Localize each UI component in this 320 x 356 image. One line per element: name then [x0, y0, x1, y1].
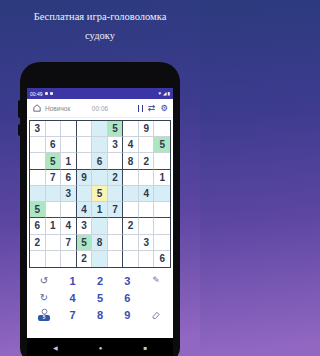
sudoku-cell-r9c2[interactable] [46, 251, 62, 267]
sudoku-cell-r4c6[interactable]: 2 [108, 170, 124, 186]
sudoku-cell-r8c7[interactable] [123, 235, 139, 251]
sudoku-cell-r6c7[interactable] [123, 202, 139, 218]
sudoku-cell-r1c5[interactable] [92, 121, 108, 137]
sudoku-cell-r9c5[interactable] [92, 251, 108, 267]
pause-button[interactable] [138, 105, 143, 112]
sudoku-cell-r4c9[interactable]: 1 [154, 170, 170, 186]
signal-icon: ◢ [163, 91, 166, 96]
phone-frame: 00:49 ▼◢▮ Новичок 00:06 ⇄ ⚙ 359634551682… [20, 62, 180, 356]
numpad-3[interactable]: 3 [114, 275, 141, 287]
sudoku-cell-r4c8[interactable] [139, 170, 155, 186]
sudoku-cell-r9c4[interactable]: 2 [77, 251, 93, 267]
sudoku-cell-r3c7[interactable]: 8 [123, 153, 139, 169]
sudoku-cell-r6c1[interactable]: 5 [30, 202, 46, 218]
sudoku-cell-r1c9[interactable] [154, 121, 170, 137]
sudoku-cell-r2c7[interactable]: 4 [123, 137, 139, 153]
eraser-icon [151, 310, 161, 320]
sudoku-cell-r2c5[interactable] [92, 137, 108, 153]
battery-icon: ▮ [168, 91, 170, 96]
sudoku-cell-r3c3[interactable]: 1 [61, 153, 77, 169]
sudoku-cell-r4c3[interactable]: 6 [61, 170, 77, 186]
status-right-icons: ▼◢▮ [158, 91, 170, 96]
promo-caption-line2: судоку [0, 26, 200, 45]
numpad-2[interactable]: 2 [86, 275, 113, 287]
sudoku-cell-r7c2[interactable]: 1 [46, 218, 62, 234]
sudoku-board: 359634551682769213545417614322758326 [29, 120, 171, 268]
sudoku-cell-r3c2[interactable]: 5 [46, 153, 62, 169]
sudoku-cell-r1c3[interactable] [61, 121, 77, 137]
sudoku-cell-r3c8[interactable]: 2 [139, 153, 155, 169]
sudoku-cell-r5c6[interactable] [108, 186, 124, 202]
sudoku-cell-r8c3[interactable]: 7 [61, 235, 77, 251]
numpad-1[interactable]: 1 [59, 275, 86, 287]
sudoku-cell-r8c6[interactable] [108, 235, 124, 251]
sudoku-cell-r3c5[interactable]: 6 [92, 153, 108, 169]
status-time: 00:49 [30, 91, 43, 97]
sudoku-cell-r4c1[interactable] [30, 170, 46, 186]
sudoku-cell-r8c2[interactable] [46, 235, 62, 251]
sudoku-cell-r6c3[interactable] [61, 202, 77, 218]
sudoku-cell-r9c1[interactable] [30, 251, 46, 267]
sudoku-cell-r1c6[interactable]: 5 [108, 121, 124, 137]
sudoku-cell-r1c7[interactable] [123, 121, 139, 137]
sudoku-cell-r2c1[interactable] [30, 137, 46, 153]
numpad-5[interactable]: 5 [86, 292, 113, 304]
sudoku-cell-r7c6[interactable] [108, 218, 124, 234]
sudoku-cell-r5c5[interactable]: 5 [92, 186, 108, 202]
sudoku-cell-r1c1[interactable]: 3 [30, 121, 46, 137]
nav-home-button[interactable]: ● [99, 345, 103, 351]
game-toolbar: Новичок 00:06 ⇄ ⚙ [27, 99, 173, 118]
settings-button[interactable]: ⚙ [160, 104, 168, 113]
sudoku-cell-r8c9[interactable] [154, 235, 170, 251]
wifi-icon: ▼ [158, 91, 162, 96]
sudoku-cell-r5c9[interactable] [154, 186, 170, 202]
notification-icon [50, 92, 53, 95]
sudoku-cell-r5c1[interactable] [30, 186, 46, 202]
home-icon [32, 103, 42, 113]
sudoku-cell-r9c9[interactable]: 6 [154, 251, 170, 267]
sudoku-cell-r1c8[interactable]: 9 [139, 121, 155, 137]
sudoku-cell-r2c2[interactable]: 6 [46, 137, 62, 153]
sudoku-cell-r2c9[interactable]: 5 [154, 137, 170, 153]
sudoku-cell-r6c2[interactable] [46, 202, 62, 218]
sudoku-cell-r4c4[interactable]: 9 [77, 170, 93, 186]
sudoku-cell-r5c7[interactable] [123, 186, 139, 202]
numpad-8[interactable]: 8 [86, 309, 113, 321]
sudoku-cell-r9c7[interactable] [123, 251, 139, 267]
sudoku-cell-r7c5[interactable] [92, 218, 108, 234]
nav-recents-button[interactable]: ■ [143, 345, 147, 351]
app-screen: 00:49 ▼◢▮ Новичок 00:06 ⇄ ⚙ 359634551682… [27, 88, 173, 338]
redo-button[interactable]: ↻ [29, 293, 59, 303]
promo-caption-line1: Бесплатная игра-головоломка [0, 7, 200, 26]
pencil-button[interactable]: ✎ [141, 276, 171, 285]
sudoku-cell-r2c6[interactable]: 3 [108, 137, 124, 153]
sudoku-cell-r1c2[interactable] [46, 121, 62, 137]
numpad-7[interactable]: 7 [59, 309, 86, 321]
android-nav-bar: ◀ ● ■ [27, 338, 173, 356]
sudoku-cell-r5c2[interactable] [46, 186, 62, 202]
sudoku-cell-r7c9[interactable] [154, 218, 170, 234]
sudoku-cell-r5c4[interactable] [77, 186, 93, 202]
sudoku-cell-r8c5[interactable]: 8 [92, 235, 108, 251]
sudoku-cell-r6c9[interactable] [154, 202, 170, 218]
sudoku-cell-r6c8[interactable] [139, 202, 155, 218]
sudoku-cell-r1c4[interactable] [77, 121, 93, 137]
sudoku-cell-r7c3[interactable]: 4 [61, 218, 77, 234]
sudoku-cell-r5c3[interactable]: 3 [61, 186, 77, 202]
sudoku-cell-r4c7[interactable] [123, 170, 139, 186]
input-controls: ↺ 1 2 3 ✎ ↻ 4 5 6 5 [29, 272, 171, 323]
sudoku-cell-r8c4[interactable]: 5 [77, 235, 93, 251]
numpad-6[interactable]: 6 [114, 292, 141, 304]
difficulty-label: Новичок [45, 105, 70, 112]
android-status-bar: 00:49 ▼◢▮ [27, 88, 173, 99]
sudoku-cell-r4c2[interactable]: 7 [46, 170, 62, 186]
sudoku-cell-r2c8[interactable] [139, 137, 155, 153]
sudoku-cell-r3c6[interactable] [108, 153, 124, 169]
game-timer: 00:06 [92, 105, 108, 112]
undo-button[interactable]: ↺ [29, 276, 59, 286]
sudoku-cell-r8c1[interactable]: 2 [30, 235, 46, 251]
sudoku-cell-r7c1[interactable]: 6 [30, 218, 46, 234]
sudoku-cell-r3c9[interactable] [154, 153, 170, 169]
hint-button[interactable]: 5 [29, 308, 59, 321]
sudoku-cell-r6c5[interactable]: 1 [92, 202, 108, 218]
sudoku-cell-r9c8[interactable] [139, 251, 155, 267]
sudoku-cell-r7c8[interactable] [139, 218, 155, 234]
sudoku-cell-r3c1[interactable] [30, 153, 46, 169]
sudoku-cell-r9c3[interactable] [61, 251, 77, 267]
sudoku-cell-r9c6[interactable] [108, 251, 124, 267]
numpad-9[interactable]: 9 [114, 309, 141, 321]
eraser-button[interactable] [141, 310, 171, 320]
sudoku-cell-r2c3[interactable] [61, 137, 77, 153]
notification-icon [45, 92, 48, 95]
sudoku-cell-r6c6[interactable]: 7 [108, 202, 124, 218]
sudoku-cell-r7c7[interactable]: 2 [123, 218, 139, 234]
restart-button[interactable]: ⇄ [148, 104, 156, 113]
sudoku-cell-r4c5[interactable] [92, 170, 108, 186]
home-button[interactable] [32, 103, 42, 113]
nav-back-button[interactable]: ◀ [53, 345, 58, 351]
hint-count-badge: 5 [38, 315, 50, 321]
sudoku-cell-r7c4[interactable]: 3 [77, 218, 93, 234]
sudoku-cell-r8c8[interactable]: 3 [139, 235, 155, 251]
sudoku-cell-r3c4[interactable] [77, 153, 93, 169]
sudoku-cell-r5c8[interactable]: 4 [139, 186, 155, 202]
sudoku-cell-r2c4[interactable] [77, 137, 93, 153]
promo-caption: Бесплатная игра-головоломка судоку [0, 0, 200, 46]
sudoku-cell-r6c4[interactable]: 4 [77, 202, 93, 218]
numpad-4[interactable]: 4 [59, 292, 86, 304]
